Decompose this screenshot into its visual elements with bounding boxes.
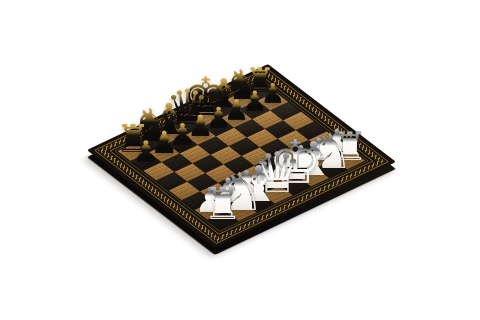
chess-set-photo: ♜♞♝♚♛♝♞♜♟♟♟♟♟♟♟♟♟♟♟♟♟♟♟♟♜♞♝♚♛♝♞♜ bbox=[0, 0, 480, 320]
chess-board bbox=[87, 64, 396, 248]
